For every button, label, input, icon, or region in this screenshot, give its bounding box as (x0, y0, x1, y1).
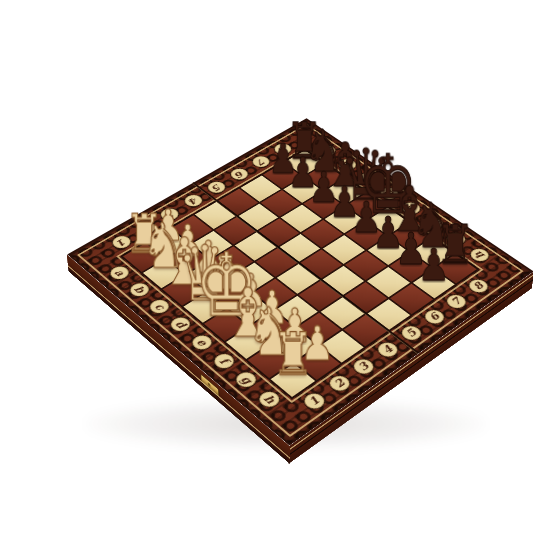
file-label-h: h (254, 388, 285, 412)
rank-label-4: 4 (373, 339, 403, 361)
chess-board: abcdefgh abcdefgh 87654321 87654321 ♜♞♟♝… (67, 118, 533, 445)
rank-label-7: 7 (248, 153, 274, 170)
rank-label-1: 1 (299, 389, 330, 413)
rank-label-8: 8 (270, 141, 296, 157)
rank-label-6: 6 (419, 307, 448, 328)
product-photo-scene: abcdefgh abcdefgh 87654321 87654321 ♜♞♟♝… (0, 0, 533, 533)
piece-white-rook-h1[interactable]: ♜ (244, 272, 342, 380)
pawn-glyph: ♟ (397, 243, 470, 288)
rank-label-7: 7 (442, 291, 471, 312)
piece-black-pawn-h7[interactable]: ♟ (388, 182, 479, 283)
rook-glyph: ♜ (254, 326, 332, 385)
